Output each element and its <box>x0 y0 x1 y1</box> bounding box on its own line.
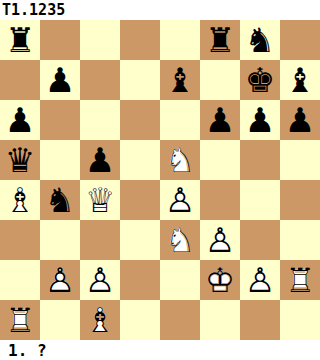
square-f5[interactable] <box>200 140 240 180</box>
square-h6[interactable]: ♟ <box>280 100 320 140</box>
piece-outline: ♙ <box>80 260 120 300</box>
square-a2[interactable] <box>0 260 40 300</box>
square-f3[interactable]: ♟♙ <box>200 220 240 260</box>
square-a5[interactable]: ♛ <box>0 140 40 180</box>
square-c1[interactable]: ♝♗ <box>80 300 120 340</box>
piece-outline: ♕ <box>80 180 120 220</box>
piece-black-bishop[interactable]: ♝ <box>280 60 320 100</box>
square-b2[interactable]: ♟♙ <box>40 260 80 300</box>
square-g3[interactable] <box>240 220 280 260</box>
piece-outline: ♔ <box>200 260 240 300</box>
square-f2[interactable]: ♚♔ <box>200 260 240 300</box>
piece-black-pawn[interactable]: ♟ <box>280 100 320 140</box>
piece-white-rook[interactable]: ♜♖ <box>0 300 40 340</box>
square-e5[interactable]: ♞♘ <box>160 140 200 180</box>
piece-white-pawn[interactable]: ♟♙ <box>40 260 80 300</box>
square-a6[interactable]: ♟ <box>0 100 40 140</box>
square-g5[interactable] <box>240 140 280 180</box>
square-c4[interactable]: ♛♕ <box>80 180 120 220</box>
square-b8[interactable] <box>40 20 80 60</box>
square-e8[interactable] <box>160 20 200 60</box>
puzzle-id: T1.1235 <box>2 1 65 19</box>
piece-white-rook[interactable]: ♜♖ <box>280 260 320 300</box>
square-g6[interactable]: ♟ <box>240 100 280 140</box>
square-b3[interactable] <box>40 220 80 260</box>
piece-white-pawn[interactable]: ♟♙ <box>160 180 200 220</box>
piece-outline: ♗ <box>0 180 40 220</box>
square-e2[interactable] <box>160 260 200 300</box>
square-e4[interactable]: ♟♙ <box>160 180 200 220</box>
square-c3[interactable] <box>80 220 120 260</box>
square-a3[interactable] <box>0 220 40 260</box>
square-d1[interactable] <box>120 300 160 340</box>
square-g4[interactable] <box>240 180 280 220</box>
square-h2[interactable]: ♜♖ <box>280 260 320 300</box>
piece-outline: ♙ <box>40 260 80 300</box>
piece-white-bishop[interactable]: ♝♗ <box>80 300 120 340</box>
square-a8[interactable]: ♜ <box>0 20 40 60</box>
square-f6[interactable]: ♟ <box>200 100 240 140</box>
square-g2[interactable]: ♟♙ <box>240 260 280 300</box>
piece-black-pawn[interactable]: ♟ <box>0 100 40 140</box>
square-h4[interactable] <box>280 180 320 220</box>
piece-black-rook[interactable]: ♜ <box>0 20 40 60</box>
square-d7[interactable] <box>120 60 160 100</box>
square-h1[interactable] <box>280 300 320 340</box>
square-f8[interactable]: ♜ <box>200 20 240 60</box>
piece-white-knight[interactable]: ♞♘ <box>160 140 200 180</box>
square-d3[interactable] <box>120 220 160 260</box>
piece-white-pawn[interactable]: ♟♙ <box>80 260 120 300</box>
square-b5[interactable] <box>40 140 80 180</box>
move-prompt: 1. ? <box>8 341 47 360</box>
piece-white-knight[interactable]: ♞♘ <box>160 220 200 260</box>
square-c5[interactable]: ♟ <box>80 140 120 180</box>
piece-white-pawn[interactable]: ♟♙ <box>240 260 280 300</box>
square-g8[interactable]: ♞ <box>240 20 280 60</box>
piece-white-bishop[interactable]: ♝♗ <box>0 180 40 220</box>
square-h7[interactable]: ♝ <box>280 60 320 100</box>
piece-black-pawn[interactable]: ♟ <box>240 100 280 140</box>
square-e7[interactable]: ♝ <box>160 60 200 100</box>
square-a4[interactable]: ♝♗ <box>0 180 40 220</box>
chess-board: ♜♜♞♟♝♚♝♟♟♟♟♛♟♞♘♝♗♞♛♕♟♙♞♘♟♙♟♙♟♙♚♔♟♙♜♖♜♖♝♗ <box>0 20 320 340</box>
square-b1[interactable] <box>40 300 80 340</box>
square-e3[interactable]: ♞♘ <box>160 220 200 260</box>
square-e6[interactable] <box>160 100 200 140</box>
piece-outline: ♙ <box>160 180 200 220</box>
square-a7[interactable] <box>0 60 40 100</box>
square-f7[interactable] <box>200 60 240 100</box>
square-a1[interactable]: ♜♖ <box>0 300 40 340</box>
square-b6[interactable] <box>40 100 80 140</box>
piece-outline: ♙ <box>240 260 280 300</box>
square-d6[interactable] <box>120 100 160 140</box>
piece-outline: ♘ <box>160 140 200 180</box>
piece-black-knight[interactable]: ♞ <box>40 180 80 220</box>
square-g1[interactable] <box>240 300 280 340</box>
square-h5[interactable] <box>280 140 320 180</box>
piece-white-king[interactable]: ♚♔ <box>200 260 240 300</box>
square-c6[interactable] <box>80 100 120 140</box>
piece-black-bishop[interactable]: ♝ <box>160 60 200 100</box>
piece-outline: ♗ <box>80 300 120 340</box>
piece-white-queen[interactable]: ♛♕ <box>80 180 120 220</box>
square-f1[interactable] <box>200 300 240 340</box>
square-d4[interactable] <box>120 180 160 220</box>
piece-black-pawn[interactable]: ♟ <box>80 140 120 180</box>
square-h3[interactable] <box>280 220 320 260</box>
square-g7[interactable]: ♚ <box>240 60 280 100</box>
piece-black-pawn[interactable]: ♟ <box>40 60 80 100</box>
piece-black-king[interactable]: ♚ <box>240 60 280 100</box>
piece-black-pawn[interactable]: ♟ <box>200 100 240 140</box>
square-d5[interactable] <box>120 140 160 180</box>
piece-black-knight[interactable]: ♞ <box>240 20 280 60</box>
piece-outline: ♙ <box>200 220 240 260</box>
piece-white-pawn[interactable]: ♟♙ <box>200 220 240 260</box>
square-b4[interactable]: ♞ <box>40 180 80 220</box>
piece-outline: ♘ <box>160 220 200 260</box>
square-e1[interactable] <box>160 300 200 340</box>
square-c2[interactable]: ♟♙ <box>80 260 120 300</box>
square-h8[interactable] <box>280 20 320 60</box>
piece-outline: ♖ <box>280 260 320 300</box>
square-d2[interactable] <box>120 260 160 300</box>
square-c8[interactable] <box>80 20 120 60</box>
square-d8[interactable] <box>120 20 160 60</box>
piece-black-queen[interactable]: ♛ <box>0 140 40 180</box>
piece-outline: ♖ <box>0 300 40 340</box>
square-b7[interactable]: ♟ <box>40 60 80 100</box>
square-c7[interactable] <box>80 60 120 100</box>
square-f4[interactable] <box>200 180 240 220</box>
piece-black-rook[interactable]: ♜ <box>200 20 240 60</box>
